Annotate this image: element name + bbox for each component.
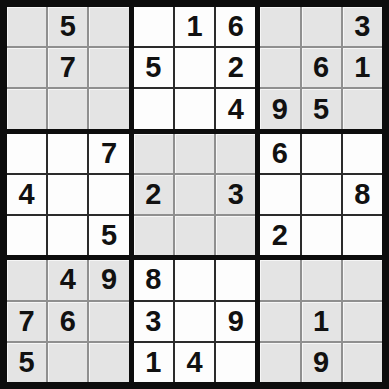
cell-r9c1: 5 (7, 343, 46, 382)
cell-r8c6: 9 (216, 302, 255, 341)
cell-r5c5[interactable] (175, 175, 214, 214)
cell-r9c7[interactable] (260, 343, 299, 382)
cell-r3c4[interactable] (134, 89, 173, 128)
cell-r7c7[interactable] (260, 260, 299, 299)
cell-r7c6[interactable] (216, 260, 255, 299)
cell-r6c4[interactable] (134, 216, 173, 255)
cell-r4c8[interactable] (302, 134, 341, 173)
cell-r6c2[interactable] (48, 216, 87, 255)
box-8: 83914 (134, 260, 256, 382)
cell-r3c1[interactable] (7, 89, 46, 128)
cell-r5c2[interactable] (48, 175, 87, 214)
cell-r7c8[interactable] (302, 260, 341, 299)
cell-r2c3[interactable] (89, 48, 128, 87)
cell-r1c9: 3 (343, 7, 382, 46)
cell-r2c4: 5 (134, 48, 173, 87)
cell-r5c9: 8 (343, 175, 382, 214)
cell-r8c9[interactable] (343, 302, 382, 341)
box-4: 745 (7, 134, 129, 256)
cell-r2c7[interactable] (260, 48, 299, 87)
cell-r6c6[interactable] (216, 216, 255, 255)
cell-r8c5[interactable] (175, 302, 214, 341)
cell-r2c6: 2 (216, 48, 255, 87)
cell-r4c7: 6 (260, 134, 299, 173)
cell-r5c7[interactable] (260, 175, 299, 214)
cell-r1c3[interactable] (89, 7, 128, 46)
cell-r8c3[interactable] (89, 302, 128, 341)
cell-r9c6[interactable] (216, 343, 255, 382)
cell-r7c3: 9 (89, 260, 128, 299)
cell-r5c8[interactable] (302, 175, 341, 214)
box-3: 36195 (260, 7, 382, 129)
cell-r1c8[interactable] (302, 7, 341, 46)
cell-r7c5[interactable] (175, 260, 214, 299)
cell-r6c8[interactable] (302, 216, 341, 255)
cell-r3c3[interactable] (89, 89, 128, 128)
cell-r4c1[interactable] (7, 134, 46, 173)
cell-r8c7[interactable] (260, 302, 299, 341)
cell-r5c4: 2 (134, 175, 173, 214)
cell-r8c8: 1 (302, 302, 341, 341)
cell-r1c5: 1 (175, 7, 214, 46)
cell-r4c4[interactable] (134, 134, 173, 173)
cell-r7c2: 4 (48, 260, 87, 299)
box-6: 682 (260, 134, 382, 256)
cell-r2c5[interactable] (175, 48, 214, 87)
cell-r9c9[interactable] (343, 343, 382, 382)
cell-r3c7: 9 (260, 89, 299, 128)
cell-r9c4: 1 (134, 343, 173, 382)
cell-r3c5[interactable] (175, 89, 214, 128)
cell-r5c1: 4 (7, 175, 46, 214)
cell-r1c7[interactable] (260, 7, 299, 46)
cell-r1c4[interactable] (134, 7, 173, 46)
cell-r8c2: 6 (48, 302, 87, 341)
cell-r3c9[interactable] (343, 89, 382, 128)
cell-r8c4: 3 (134, 302, 173, 341)
cell-r7c1[interactable] (7, 260, 46, 299)
cell-r6c3: 5 (89, 216, 128, 255)
cell-r5c6: 3 (216, 175, 255, 214)
cell-r2c9: 1 (343, 48, 382, 87)
cell-r2c8: 6 (302, 48, 341, 87)
box-7: 49765 (7, 260, 129, 382)
cell-r9c5: 4 (175, 343, 214, 382)
box-5: 23 (134, 134, 256, 256)
cell-r8c1: 7 (7, 302, 46, 341)
cell-r3c8: 5 (302, 89, 341, 128)
cell-r3c2[interactable] (48, 89, 87, 128)
box-9: 19 (260, 260, 382, 382)
cell-r2c2: 7 (48, 48, 87, 87)
box-1: 57 (7, 7, 129, 129)
cell-r1c1[interactable] (7, 7, 46, 46)
cell-r9c3[interactable] (89, 343, 128, 382)
cell-r6c1[interactable] (7, 216, 46, 255)
cell-r1c2: 5 (48, 7, 87, 46)
cell-r7c9[interactable] (343, 260, 382, 299)
cell-r7c4: 8 (134, 260, 173, 299)
cell-r2c1[interactable] (7, 48, 46, 87)
cell-r9c8: 9 (302, 343, 341, 382)
box-2: 16524 (134, 7, 256, 129)
cell-r3c6: 4 (216, 89, 255, 128)
cell-r9c2[interactable] (48, 343, 87, 382)
cell-r4c3: 7 (89, 134, 128, 173)
cell-r4c2[interactable] (48, 134, 87, 173)
cell-r6c7: 2 (260, 216, 299, 255)
cell-r6c9[interactable] (343, 216, 382, 255)
cell-r4c5[interactable] (175, 134, 214, 173)
cell-r1c6: 6 (216, 7, 255, 46)
cell-r5c3[interactable] (89, 175, 128, 214)
sudoku-board: 57165243619574523682497658391419 (0, 0, 389, 389)
cell-r4c6[interactable] (216, 134, 255, 173)
cell-r6c5[interactable] (175, 216, 214, 255)
cell-r4c9[interactable] (343, 134, 382, 173)
